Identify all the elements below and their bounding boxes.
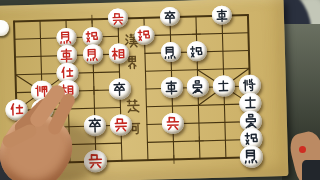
相-glyph: [111, 46, 126, 61]
車-glyph: [215, 8, 229, 22]
piece-black-soldier-e5[interactable]: [109, 79, 131, 100]
象-glyph: [243, 113, 259, 129]
piece-black-elephant-e8[interactable]: [187, 76, 209, 97]
piece-red-soldier-c5[interactable]: [110, 114, 133, 136]
river-inscription-char: [128, 56, 136, 68]
兵-glyph: [113, 117, 129, 133]
炮-glyph: [85, 29, 100, 44]
馬-glyph: [85, 47, 100, 62]
兵-glyph: [165, 115, 181, 131]
piece-red-soldier-c7[interactable]: [161, 112, 184, 134]
兵-glyph: [111, 11, 125, 25]
卒-glyph: [163, 9, 177, 23]
馬-glyph: [163, 44, 178, 59]
將-glyph: [242, 78, 257, 93]
red-bracelet: [299, 146, 306, 153]
piece-black-advisor-e9[interactable]: [213, 76, 235, 97]
photo-frame: [0, 0, 320, 180]
車-glyph: [59, 47, 74, 62]
馬-glyph: [59, 30, 74, 45]
炮-glyph: [137, 27, 152, 42]
piece-red-cannon-h6[interactable]: [134, 25, 155, 45]
piece-red-horse-g4[interactable]: [82, 44, 103, 64]
piece-red-elephant-g5[interactable]: [108, 43, 129, 63]
士-glyph: [242, 95, 258, 111]
piece-black-horse-a10[interactable]: [240, 145, 264, 168]
炮-glyph: [243, 131, 259, 147]
炮-glyph: [189, 44, 204, 59]
馬-glyph: [243, 148, 260, 165]
piece-black-chariot-e7[interactable]: [161, 77, 183, 98]
bystander-sleeve: [302, 160, 320, 180]
仕-glyph: [60, 65, 75, 80]
士-glyph: [216, 79, 231, 94]
river-inscription-char: [127, 100, 139, 113]
piece-black-cannon-g8[interactable]: [186, 41, 207, 61]
piece-black-horse-g7[interactable]: [160, 42, 181, 62]
象-glyph: [190, 79, 205, 94]
卒-glyph: [112, 81, 127, 96]
車-glyph: [164, 80, 179, 95]
